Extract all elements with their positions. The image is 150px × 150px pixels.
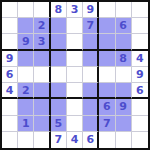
cell-r8c2[interactable]: 1 (18, 116, 34, 132)
cell-r9c9[interactable] (132, 132, 148, 148)
cell-r7c2[interactable] (18, 99, 34, 115)
cell-r7c9[interactable] (132, 99, 148, 115)
cell-r6c1[interactable]: 4 (2, 83, 18, 99)
cell-r4c5[interactable] (67, 51, 83, 67)
cell-r6c8[interactable] (116, 83, 132, 99)
cell-r5c4[interactable] (51, 67, 67, 83)
cell-r5c7[interactable] (99, 67, 115, 83)
cell-r2c1[interactable] (2, 18, 18, 34)
cell-r9c5[interactable]: 4 (67, 132, 83, 148)
cell-r6c7[interactable] (99, 83, 115, 99)
cell-r7c6[interactable] (83, 99, 99, 115)
cell-r8c1[interactable] (2, 116, 18, 132)
cell-r7c3[interactable] (34, 99, 50, 115)
cell-r3c2[interactable]: 9 (18, 34, 34, 50)
cell-r3c5[interactable] (67, 34, 83, 50)
cell-r4c1[interactable]: 9 (2, 51, 18, 67)
cell-r4c3[interactable] (34, 51, 50, 67)
cell-r1c9[interactable] (132, 2, 148, 18)
cell-r4c6[interactable] (83, 51, 99, 67)
cell-r2c4[interactable] (51, 18, 67, 34)
cell-r9c4[interactable]: 7 (51, 132, 67, 148)
cell-r9c2[interactable] (18, 132, 34, 148)
cell-r9c1[interactable] (2, 132, 18, 148)
cell-r2c5[interactable] (67, 18, 83, 34)
cell-r9c6[interactable]: 6 (83, 132, 99, 148)
cell-r3c7[interactable] (99, 34, 115, 50)
cell-r1c8[interactable] (116, 2, 132, 18)
cell-r5c5[interactable] (67, 67, 83, 83)
sudoku-board: 839276939846942669157746 (0, 0, 150, 150)
cell-r4c9[interactable]: 4 (132, 51, 148, 67)
cell-r7c1[interactable] (2, 99, 18, 115)
cell-r3c4[interactable] (51, 34, 67, 50)
cell-r9c7[interactable] (99, 132, 115, 148)
cell-r6c4[interactable] (51, 83, 67, 99)
cell-r1c1[interactable] (2, 2, 18, 18)
cell-r1c2[interactable] (18, 2, 34, 18)
cell-r8c7[interactable]: 7 (99, 116, 115, 132)
cell-r2c9[interactable] (132, 18, 148, 34)
cell-r4c8[interactable]: 8 (116, 51, 132, 67)
cell-r8c3[interactable] (34, 116, 50, 132)
cell-r5c3[interactable] (34, 67, 50, 83)
cell-r7c7[interactable]: 6 (99, 99, 115, 115)
cell-r2c2[interactable] (18, 18, 34, 34)
cell-r2c8[interactable]: 6 (116, 18, 132, 34)
cell-r6c9[interactable]: 6 (132, 83, 148, 99)
cell-r1c7[interactable] (99, 2, 115, 18)
cell-r1c4[interactable]: 8 (51, 2, 67, 18)
cell-r6c2[interactable]: 2 (18, 83, 34, 99)
cell-r8c8[interactable] (116, 116, 132, 132)
cell-r3c3[interactable]: 3 (34, 34, 50, 50)
cell-r3c8[interactable] (116, 34, 132, 50)
cell-r9c8[interactable] (116, 132, 132, 148)
cell-r4c2[interactable] (18, 51, 34, 67)
cell-r2c6[interactable]: 7 (83, 18, 99, 34)
cell-r3c9[interactable] (132, 34, 148, 50)
cell-r5c6[interactable] (83, 67, 99, 83)
cell-r8c6[interactable] (83, 116, 99, 132)
cell-r2c3[interactable]: 2 (34, 18, 50, 34)
cell-r5c8[interactable] (116, 67, 132, 83)
cell-r7c8[interactable]: 9 (116, 99, 132, 115)
cell-r7c5[interactable] (67, 99, 83, 115)
cell-r3c6[interactable] (83, 34, 99, 50)
cell-r9c3[interactable] (34, 132, 50, 148)
cell-r5c1[interactable]: 6 (2, 67, 18, 83)
cell-r8c9[interactable] (132, 116, 148, 132)
cell-r4c4[interactable] (51, 51, 67, 67)
cell-r5c9[interactable]: 9 (132, 67, 148, 83)
cell-r8c4[interactable]: 5 (51, 116, 67, 132)
cell-r3c1[interactable] (2, 34, 18, 50)
cell-r1c6[interactable]: 9 (83, 2, 99, 18)
cell-r2c7[interactable] (99, 18, 115, 34)
cell-r6c6[interactable] (83, 83, 99, 99)
cell-r6c3[interactable] (34, 83, 50, 99)
cell-r7c4[interactable] (51, 99, 67, 115)
cell-r5c2[interactable] (18, 67, 34, 83)
cell-r4c7[interactable] (99, 51, 115, 67)
cell-r6c5[interactable] (67, 83, 83, 99)
cell-r1c3[interactable] (34, 2, 50, 18)
cell-r1c5[interactable]: 3 (67, 2, 83, 18)
cell-r8c5[interactable] (67, 116, 83, 132)
